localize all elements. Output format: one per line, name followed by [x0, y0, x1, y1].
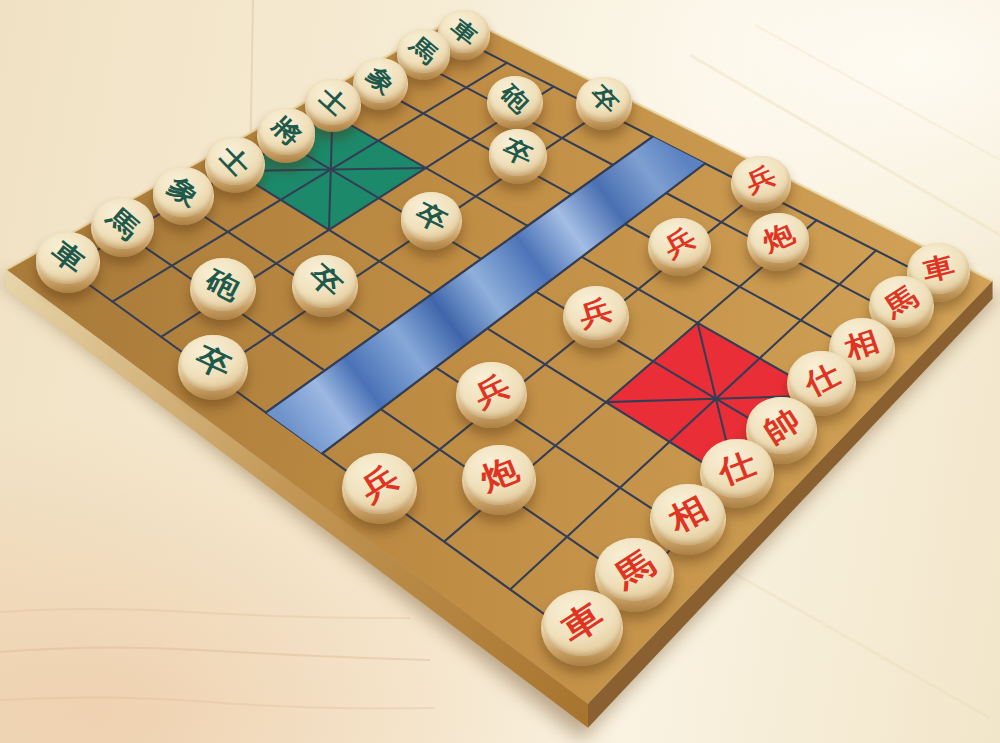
piece-red-cannon-f1r7[interactable]: 炮 — [462, 445, 537, 515]
piece-green-chariot-f0r0[interactable]: 車 — [36, 232, 101, 293]
piece-red-soldier-f6r6[interactable]: 兵 — [648, 218, 711, 277]
piece-green-cannon-f7r2[interactable]: 砲 — [487, 76, 543, 129]
piece-char: 相 — [842, 326, 883, 364]
piece-char: 炮 — [759, 219, 798, 256]
piece-red-soldier-f8r6[interactable]: 兵 — [731, 156, 790, 212]
piece-char: 炮 — [476, 453, 522, 496]
piece-char: 車 — [920, 252, 957, 286]
piece-face: 兵 — [732, 156, 789, 204]
piece-face: 炮 — [463, 445, 535, 505]
piece-face: 兵 — [457, 362, 525, 419]
piece-char: 砲 — [496, 80, 533, 117]
piece-char: 仕 — [714, 447, 760, 489]
piece-face: 象 — [153, 167, 212, 217]
piece-green-soldier-f4r3[interactable]: 卒 — [401, 192, 463, 250]
piece-char: 象 — [363, 62, 399, 98]
pieces-layer: 車馬象士將士象馬車砲砲卒卒卒卒卒兵兵兵兵兵炮炮車馬相仕帥仕相馬車 — [0, 0, 1000, 743]
piece-face: 馬 — [870, 276, 933, 328]
piece-green-cannon-f1r2[interactable]: 砲 — [190, 258, 256, 320]
piece-char: 相 — [664, 491, 713, 537]
piece-char: 仕 — [800, 358, 844, 400]
piece-char: 馬 — [880, 282, 922, 323]
table-surface: 車馬象士將士象馬車砲砲卒卒卒卒卒兵兵兵兵兵炮炮車馬相仕帥仕相馬車 — [0, 0, 1000, 743]
piece-red-elephant-f2r9[interactable]: 相 — [650, 484, 726, 556]
piece-char: 砲 — [202, 264, 244, 304]
piece-face: 卒 — [577, 77, 631, 122]
piece-char: 車 — [556, 597, 609, 648]
piece-char: 卒 — [499, 135, 536, 170]
piece-face: 馬 — [92, 198, 153, 249]
piece-char: 兵 — [659, 224, 699, 262]
piece-green-soldier-f2r3[interactable]: 卒 — [292, 255, 358, 317]
piece-char: 卒 — [586, 81, 622, 117]
piece-face: 士 — [206, 137, 264, 185]
piece-char: 兵 — [469, 369, 514, 411]
piece-green-soldier-f0r3[interactable]: 卒 — [178, 335, 248, 401]
piece-face: 卒 — [179, 335, 247, 391]
piece-face: 象 — [354, 58, 408, 103]
piece-green-elephant-f2r0[interactable]: 象 — [153, 167, 214, 225]
piece-face: 將 — [258, 108, 314, 155]
piece-face: 砲 — [191, 258, 255, 311]
piece-face: 卒 — [401, 192, 461, 242]
piece-char: 車 — [47, 237, 90, 279]
piece-red-chariot-f0r9[interactable]: 車 — [541, 590, 623, 667]
piece-face: 車 — [36, 232, 99, 284]
piece-char: 士 — [314, 83, 351, 120]
piece-face: 相 — [651, 484, 725, 545]
piece-char: 馬 — [102, 203, 143, 244]
piece-face: 車 — [543, 590, 622, 656]
piece-face: 士 — [305, 79, 360, 125]
piece-char: 馬 — [406, 33, 441, 68]
piece-char: 帥 — [759, 403, 805, 448]
piece-char: 象 — [163, 173, 203, 212]
piece-char: 兵 — [355, 460, 404, 507]
piece-char: 卒 — [304, 261, 347, 304]
piece-red-soldier-f0r6[interactable]: 兵 — [342, 453, 417, 524]
piece-face: 馬 — [397, 29, 449, 73]
piece-green-advisor-f3r0[interactable]: 士 — [205, 137, 265, 193]
piece-face: 馬 — [596, 538, 672, 602]
piece-green-horse-f1r0[interactable]: 馬 — [91, 198, 154, 257]
piece-char: 將 — [267, 113, 305, 151]
piece-face: 卒 — [293, 255, 357, 308]
piece-green-elephant-f6r0[interactable]: 象 — [353, 58, 408, 110]
piece-face: 兵 — [564, 286, 628, 340]
piece-green-general-f4r0[interactable]: 將 — [257, 108, 315, 163]
piece-red-soldier-f4r6[interactable]: 兵 — [563, 286, 629, 348]
piece-char: 兵 — [576, 295, 616, 332]
piece-char: 卒 — [412, 198, 451, 235]
piece-face: 砲 — [488, 76, 542, 121]
piece-char: 卒 — [191, 342, 235, 384]
piece-char: 車 — [447, 15, 481, 49]
piece-face: 炮 — [748, 213, 808, 263]
piece-green-soldier-f8r3[interactable]: 卒 — [576, 77, 632, 129]
piece-green-soldier-f6r3[interactable]: 卒 — [489, 129, 548, 184]
piece-char: 馬 — [609, 545, 660, 595]
piece-red-soldier-f2r6[interactable]: 兵 — [456, 362, 526, 428]
piece-face: 兵 — [343, 453, 416, 514]
piece-char: 士 — [216, 141, 255, 180]
piece-face: 仕 — [788, 351, 855, 407]
piece-face: 卒 — [489, 129, 546, 176]
piece-face: 仕 — [701, 439, 772, 498]
piece-char: 兵 — [742, 162, 779, 197]
piece-face: 兵 — [649, 218, 710, 269]
piece-red-cannon-f7r7[interactable]: 炮 — [747, 213, 809, 271]
